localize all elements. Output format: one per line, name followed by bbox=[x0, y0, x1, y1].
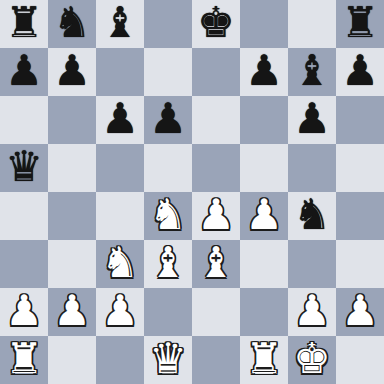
square-a5[interactable]: ♛ bbox=[0, 144, 48, 192]
white-pawn-g2[interactable]: ♟ bbox=[293, 288, 331, 335]
square-g7[interactable]: ♝ bbox=[288, 48, 336, 96]
square-d2[interactable] bbox=[144, 288, 192, 336]
square-f3[interactable] bbox=[240, 240, 288, 288]
square-c5[interactable] bbox=[96, 144, 144, 192]
square-d7[interactable] bbox=[144, 48, 192, 96]
square-e3[interactable]: ♝ bbox=[192, 240, 240, 288]
square-a6[interactable] bbox=[0, 96, 48, 144]
square-e8[interactable]: ♚ bbox=[192, 0, 240, 48]
black-pawn-a7[interactable]: ♟ bbox=[5, 48, 43, 95]
square-b5[interactable] bbox=[48, 144, 96, 192]
square-a7[interactable]: ♟ bbox=[0, 48, 48, 96]
square-b8[interactable]: ♞ bbox=[48, 0, 96, 48]
square-e7[interactable] bbox=[192, 48, 240, 96]
square-b3[interactable] bbox=[48, 240, 96, 288]
square-f2[interactable] bbox=[240, 288, 288, 336]
square-g3[interactable] bbox=[288, 240, 336, 288]
square-h3[interactable] bbox=[336, 240, 384, 288]
black-pawn-g6[interactable]: ♟ bbox=[293, 96, 331, 143]
square-b6[interactable] bbox=[48, 96, 96, 144]
square-g4[interactable]: ♞ bbox=[288, 192, 336, 240]
square-a4[interactable] bbox=[0, 192, 48, 240]
square-h6[interactable] bbox=[336, 96, 384, 144]
white-bishop-d3[interactable]: ♝ bbox=[149, 240, 187, 287]
square-d6[interactable]: ♟ bbox=[144, 96, 192, 144]
black-pawn-h7[interactable]: ♟ bbox=[341, 48, 379, 95]
square-c4[interactable] bbox=[96, 192, 144, 240]
square-h7[interactable]: ♟ bbox=[336, 48, 384, 96]
black-pawn-c6[interactable]: ♟ bbox=[101, 96, 139, 143]
white-knight-d4[interactable]: ♞ bbox=[149, 192, 187, 239]
white-pawn-c2[interactable]: ♟ bbox=[101, 288, 139, 335]
square-h4[interactable] bbox=[336, 192, 384, 240]
black-bishop-c8[interactable]: ♝ bbox=[101, 0, 139, 47]
square-d5[interactable] bbox=[144, 144, 192, 192]
square-d1[interactable]: ♛ bbox=[144, 336, 192, 384]
square-f7[interactable]: ♟ bbox=[240, 48, 288, 96]
square-h5[interactable] bbox=[336, 144, 384, 192]
square-d3[interactable]: ♝ bbox=[144, 240, 192, 288]
square-b7[interactable]: ♟ bbox=[48, 48, 96, 96]
square-e6[interactable] bbox=[192, 96, 240, 144]
square-b4[interactable] bbox=[48, 192, 96, 240]
black-rook-h8[interactable]: ♜ bbox=[341, 0, 379, 47]
square-g6[interactable]: ♟ bbox=[288, 96, 336, 144]
square-e1[interactable] bbox=[192, 336, 240, 384]
black-knight-g4[interactable]: ♞ bbox=[293, 192, 331, 239]
square-h8[interactable]: ♜ bbox=[336, 0, 384, 48]
square-g1[interactable]: ♚ bbox=[288, 336, 336, 384]
black-pawn-f7[interactable]: ♟ bbox=[245, 48, 283, 95]
black-queen-a5[interactable]: ♛ bbox=[5, 144, 43, 191]
square-a8[interactable]: ♜ bbox=[0, 0, 48, 48]
square-a1[interactable]: ♜ bbox=[0, 336, 48, 384]
white-king-g1[interactable]: ♚ bbox=[293, 336, 331, 383]
square-e5[interactable] bbox=[192, 144, 240, 192]
white-pawn-e4[interactable]: ♟ bbox=[197, 192, 235, 239]
square-c8[interactable]: ♝ bbox=[96, 0, 144, 48]
black-bishop-g7[interactable]: ♝ bbox=[293, 48, 331, 95]
black-pawn-b7[interactable]: ♟ bbox=[53, 48, 91, 95]
square-g2[interactable]: ♟ bbox=[288, 288, 336, 336]
square-c7[interactable] bbox=[96, 48, 144, 96]
square-b1[interactable] bbox=[48, 336, 96, 384]
chess-board: ♜♞♝♚♜♟♟♟♝♟♟♟♟♛♞♟♟♞♞♝♝♟♟♟♟♟♜♛♜♚ bbox=[0, 0, 384, 384]
white-pawn-a2[interactable]: ♟ bbox=[5, 288, 43, 335]
square-h2[interactable]: ♟ bbox=[336, 288, 384, 336]
square-g8[interactable] bbox=[288, 0, 336, 48]
square-c6[interactable]: ♟ bbox=[96, 96, 144, 144]
square-h1[interactable] bbox=[336, 336, 384, 384]
black-rook-a8[interactable]: ♜ bbox=[5, 0, 43, 47]
white-pawn-f4[interactable]: ♟ bbox=[245, 192, 283, 239]
square-f6[interactable] bbox=[240, 96, 288, 144]
square-f4[interactable]: ♟ bbox=[240, 192, 288, 240]
square-e4[interactable]: ♟ bbox=[192, 192, 240, 240]
square-d8[interactable] bbox=[144, 0, 192, 48]
white-rook-a1[interactable]: ♜ bbox=[5, 336, 43, 383]
square-c1[interactable] bbox=[96, 336, 144, 384]
square-c2[interactable]: ♟ bbox=[96, 288, 144, 336]
square-a3[interactable] bbox=[0, 240, 48, 288]
black-king-e8[interactable]: ♚ bbox=[197, 0, 235, 47]
square-d4[interactable]: ♞ bbox=[144, 192, 192, 240]
black-knight-b8[interactable]: ♞ bbox=[53, 0, 91, 47]
square-g5[interactable] bbox=[288, 144, 336, 192]
white-rook-f1[interactable]: ♜ bbox=[245, 336, 283, 383]
white-bishop-e3[interactable]: ♝ bbox=[197, 240, 235, 287]
square-e2[interactable] bbox=[192, 288, 240, 336]
white-knight-c3[interactable]: ♞ bbox=[101, 240, 139, 287]
square-f8[interactable] bbox=[240, 0, 288, 48]
square-c3[interactable]: ♞ bbox=[96, 240, 144, 288]
white-pawn-h2[interactable]: ♟ bbox=[341, 288, 379, 335]
white-queen-d1[interactable]: ♛ bbox=[149, 336, 187, 383]
square-b2[interactable]: ♟ bbox=[48, 288, 96, 336]
square-a2[interactable]: ♟ bbox=[0, 288, 48, 336]
black-pawn-d6[interactable]: ♟ bbox=[149, 96, 187, 143]
square-f5[interactable] bbox=[240, 144, 288, 192]
white-pawn-b2[interactable]: ♟ bbox=[53, 288, 91, 335]
square-f1[interactable]: ♜ bbox=[240, 336, 288, 384]
